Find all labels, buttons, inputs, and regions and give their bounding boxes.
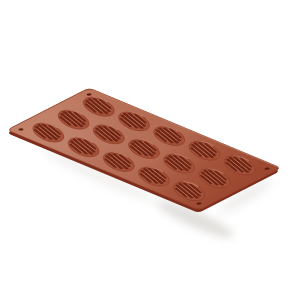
madeleine-mold-illustration [0, 0, 294, 300]
product-photo [0, 0, 294, 300]
